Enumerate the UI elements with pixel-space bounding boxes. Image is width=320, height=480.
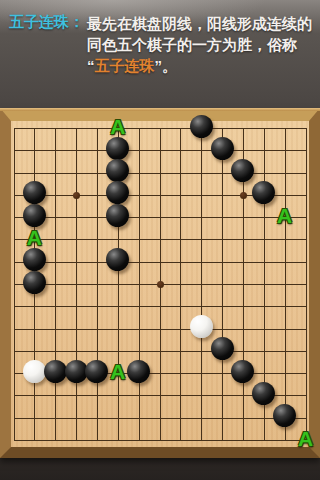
rule-keyword: 五子连珠 <box>95 57 155 74</box>
grid-line-horizontal <box>14 306 306 307</box>
grid-line-vertical <box>201 128 202 440</box>
black-stone[interactable] <box>106 181 129 204</box>
black-stone[interactable] <box>44 360 67 383</box>
black-stone[interactable] <box>252 181 275 204</box>
black-stone[interactable] <box>23 181 46 204</box>
black-stone[interactable] <box>252 382 275 405</box>
white-stone[interactable] <box>190 315 213 338</box>
board-grid[interactable]: AAAAA <box>11 121 309 447</box>
rule-description: 最先在棋盘阴线，阳线形成连续的同色五个棋子的一方为胜，俗称“五子连珠”。 <box>87 13 315 76</box>
grid-line-vertical <box>180 128 181 440</box>
grid-line-horizontal <box>14 329 306 330</box>
black-stone[interactable] <box>106 137 129 160</box>
rule-title: 五子连珠： <box>9 13 84 32</box>
win-point-marker-A[interactable]: A <box>293 428 319 450</box>
win-point-marker-A[interactable]: A <box>21 227 47 249</box>
black-stone[interactable] <box>106 159 129 182</box>
black-stone[interactable] <box>106 204 129 227</box>
black-stone[interactable] <box>106 248 129 271</box>
black-stone[interactable] <box>273 404 296 427</box>
black-stone[interactable] <box>65 360 88 383</box>
go-board: AAAAA <box>0 108 320 458</box>
black-stone[interactable] <box>211 137 234 160</box>
black-stone[interactable] <box>127 360 150 383</box>
grid-line-horizontal <box>14 440 306 441</box>
black-stone[interactable] <box>231 360 254 383</box>
rules-panel: 五子连珠： 最先在棋盘阴线，阳线形成连续的同色五个棋子的一方为胜，俗称“五子连珠… <box>0 0 320 108</box>
star-point <box>240 192 247 199</box>
win-point-marker-A[interactable]: A <box>272 205 298 227</box>
rule-text: 最先在棋盘阴线，阳线形成连续的同色五个棋子的一方为胜，俗称 <box>87 15 312 53</box>
win-point-marker-A[interactable]: A <box>105 116 131 138</box>
quote-close: ”。 <box>155 57 178 74</box>
grid-line-vertical <box>306 128 307 440</box>
grid-line-vertical <box>222 128 223 440</box>
black-stone[interactable] <box>231 159 254 182</box>
grid-line-vertical <box>285 128 286 440</box>
star-point <box>157 281 164 288</box>
black-stone[interactable] <box>23 204 46 227</box>
quote-open: “ <box>87 57 95 74</box>
gomoku-tutorial-screen: { "game": "gomoku (five-in-a-row, 五子连珠) … <box>0 0 320 480</box>
star-point <box>73 192 80 199</box>
grid-line-horizontal <box>14 418 306 419</box>
grid-line-horizontal <box>14 351 306 352</box>
black-stone[interactable] <box>211 337 234 360</box>
black-stone[interactable] <box>190 115 213 138</box>
black-stone[interactable] <box>23 271 46 294</box>
black-stone[interactable] <box>23 248 46 271</box>
white-stone[interactable] <box>23 360 46 383</box>
